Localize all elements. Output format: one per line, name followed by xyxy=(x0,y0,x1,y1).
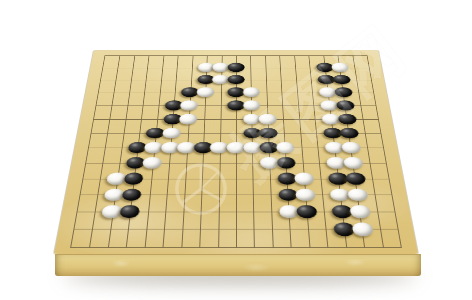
board-grid xyxy=(70,55,402,248)
grid-cell xyxy=(281,80,297,93)
grid-cell xyxy=(252,106,268,120)
grid-cell xyxy=(326,229,346,247)
grid-cell xyxy=(304,178,323,194)
grid-cell xyxy=(220,106,236,120)
grid-cell xyxy=(189,93,205,106)
grid-cell xyxy=(113,195,133,212)
grid-cell xyxy=(352,56,369,68)
grid-cell xyxy=(171,133,188,148)
grid-cell xyxy=(252,119,268,133)
grid-cell xyxy=(290,229,309,247)
grid-cell xyxy=(310,68,326,80)
grid-cell xyxy=(323,56,339,68)
grid-cell xyxy=(146,68,162,80)
grid-cell xyxy=(236,80,251,93)
grid-cell xyxy=(204,106,220,120)
grid-cell xyxy=(202,163,219,179)
grid-cell xyxy=(280,68,296,80)
grid-cell xyxy=(150,178,169,194)
grid-cell xyxy=(295,68,311,80)
grid-cell xyxy=(380,229,401,247)
grid-cell xyxy=(236,68,251,80)
grid-cell xyxy=(206,68,221,80)
grid-cell xyxy=(311,80,327,93)
grid-cell xyxy=(364,133,383,148)
grid-cell xyxy=(254,229,273,247)
grid-cell xyxy=(182,212,201,229)
grid-cell xyxy=(326,80,343,93)
grid-cell xyxy=(144,80,161,93)
grid-cell xyxy=(377,212,398,229)
grid-cell xyxy=(296,80,312,93)
grid-cell xyxy=(268,119,285,133)
grid-cell xyxy=(183,195,201,212)
grid-cell xyxy=(300,133,318,148)
grid-cell xyxy=(252,133,269,148)
grid-cell xyxy=(161,68,177,80)
grid-cell xyxy=(324,212,344,229)
grid-cell xyxy=(329,106,346,120)
grid-cell xyxy=(362,119,380,133)
grid-cell xyxy=(289,212,308,229)
grid-cell xyxy=(131,68,147,80)
grid-cell xyxy=(181,229,200,247)
grid-cell xyxy=(147,56,163,68)
grid-cell xyxy=(219,178,236,194)
grid-cell xyxy=(312,93,329,106)
grid-cell xyxy=(252,148,269,163)
grid-cell xyxy=(316,133,334,148)
grid-cell xyxy=(220,119,236,133)
grid-cell xyxy=(168,163,186,179)
grid-cell xyxy=(254,212,272,229)
grid-cell xyxy=(205,93,221,106)
grid-cell xyxy=(167,178,185,194)
grid-cell xyxy=(251,56,266,68)
grid-cell xyxy=(119,148,137,163)
grid-cell xyxy=(158,93,175,106)
grid-cell xyxy=(218,229,236,247)
grid-cell xyxy=(236,119,252,133)
grid-cell xyxy=(129,80,146,93)
grid-cell xyxy=(146,212,165,229)
grid-cell xyxy=(122,133,140,148)
grid-cell xyxy=(190,80,206,93)
grid-cell xyxy=(354,68,371,80)
grid-cell xyxy=(283,119,300,133)
grid-cell xyxy=(253,195,271,212)
grid-cell xyxy=(369,163,388,179)
grid-cell xyxy=(186,148,203,163)
grid-cell xyxy=(331,119,349,133)
grid-cell xyxy=(283,106,300,120)
grid-cell xyxy=(297,93,314,106)
grid-cell xyxy=(266,93,282,106)
grid-cell xyxy=(126,106,143,120)
grid-cell xyxy=(151,163,169,179)
grid-cell xyxy=(184,178,202,194)
board-front-edge xyxy=(55,254,421,276)
grid-cell xyxy=(298,106,315,120)
go-board xyxy=(54,50,418,254)
grid-cell xyxy=(164,212,183,229)
grid-cell xyxy=(236,195,254,212)
grid-cell xyxy=(136,148,154,163)
grid-cell xyxy=(160,80,176,93)
grid-cell xyxy=(334,148,352,163)
grid-cell xyxy=(221,80,236,93)
grid-cell xyxy=(204,119,220,133)
grid-cell xyxy=(221,68,236,80)
grid-cell xyxy=(124,119,142,133)
grid-cell xyxy=(236,148,253,163)
grid-cell xyxy=(220,93,236,106)
grid-cell xyxy=(187,133,204,148)
grid-cell xyxy=(280,56,295,68)
grid-cell xyxy=(282,93,298,106)
grid-cell xyxy=(108,229,128,247)
grid-cell xyxy=(132,178,151,194)
grid-cell xyxy=(189,106,205,120)
grid-cell xyxy=(308,229,328,247)
grid-cell xyxy=(115,178,134,194)
grid-cell xyxy=(303,163,321,179)
grid-cell xyxy=(163,229,182,247)
grid-cell xyxy=(322,195,341,212)
grid-cell xyxy=(203,133,220,148)
grid-cell xyxy=(154,133,172,148)
grid-cell xyxy=(294,56,310,68)
grid-cell xyxy=(134,163,152,179)
grid-cell xyxy=(173,106,190,120)
grid-cell xyxy=(188,119,205,133)
grid-cell xyxy=(284,133,301,148)
grid-cell xyxy=(191,68,206,80)
grid-cell xyxy=(270,178,288,194)
grid-cell xyxy=(177,56,192,68)
grid-cell xyxy=(374,195,394,212)
grid-cell xyxy=(218,212,236,229)
grid-cell xyxy=(253,163,270,179)
grid-cell xyxy=(236,178,253,194)
grid-cell xyxy=(174,93,190,106)
grid-cell xyxy=(219,148,236,163)
grid-cell xyxy=(271,195,289,212)
grid-cell xyxy=(309,56,325,68)
grid-cell xyxy=(200,212,218,229)
grid-cell xyxy=(185,163,203,179)
grid-cell xyxy=(265,56,280,68)
grid-cell xyxy=(201,195,219,212)
grid-cell xyxy=(267,106,283,120)
grid-cell xyxy=(172,119,189,133)
grid-cell xyxy=(130,195,149,212)
grid-cell xyxy=(138,133,156,148)
grid-cell xyxy=(251,80,266,93)
grid-cell xyxy=(367,148,386,163)
grid-cell xyxy=(236,229,254,247)
grid-cell xyxy=(199,229,218,247)
grid-cell xyxy=(321,178,340,194)
grid-cell xyxy=(236,56,251,68)
grid-cell xyxy=(236,106,252,120)
grid-cell xyxy=(372,178,392,194)
grid-cell xyxy=(305,195,324,212)
grid-cell xyxy=(175,80,191,93)
grid-cell xyxy=(266,80,282,93)
grid-cell xyxy=(206,56,221,68)
grid-cell xyxy=(288,195,307,212)
grid-cell xyxy=(299,119,316,133)
go-board-scene: 摄图网 xyxy=(0,0,472,300)
grid-cell xyxy=(143,93,160,106)
grid-cell xyxy=(127,93,144,106)
grid-cell xyxy=(286,163,304,179)
grid-cell xyxy=(269,163,287,179)
grid-cell xyxy=(318,148,336,163)
grid-cell xyxy=(272,229,291,247)
grid-cell xyxy=(157,106,174,120)
grid-cell xyxy=(117,163,136,179)
grid-cell xyxy=(287,178,305,194)
grid-cell xyxy=(220,133,236,148)
grid-cell xyxy=(221,56,236,68)
grid-cell xyxy=(128,212,148,229)
grid-cell xyxy=(251,68,266,80)
grid-cell xyxy=(162,56,178,68)
grid-cell xyxy=(166,195,185,212)
grid-cell xyxy=(144,229,164,247)
grid-cell xyxy=(319,163,337,179)
grid-cell xyxy=(236,93,252,106)
grid-cell xyxy=(218,195,236,212)
grid-cell xyxy=(266,68,281,80)
grid-cell xyxy=(141,106,158,120)
grid-cell xyxy=(269,148,286,163)
grid-cell xyxy=(169,148,187,163)
grid-cell xyxy=(314,106,331,120)
grid-cell xyxy=(126,229,146,247)
grid-cell xyxy=(358,93,376,106)
grid-cell xyxy=(236,133,252,148)
grid-cell xyxy=(271,212,290,229)
grid-cell xyxy=(176,68,192,80)
grid-cell xyxy=(203,148,220,163)
grid-cell xyxy=(236,212,254,229)
grid-cell xyxy=(133,56,149,68)
wood-speckle-texture xyxy=(55,255,421,276)
grid-cell xyxy=(325,68,341,80)
grid-cell xyxy=(219,163,236,179)
grid-cell xyxy=(328,93,345,106)
grid-cell xyxy=(356,80,373,93)
grid-cell xyxy=(285,148,303,163)
grid-cell xyxy=(153,148,171,163)
grid-cell xyxy=(268,133,285,148)
grid-cell xyxy=(251,93,267,106)
grid-cell xyxy=(315,119,332,133)
grid-cell xyxy=(110,212,130,229)
grid-cell xyxy=(156,119,173,133)
grid-cell xyxy=(192,56,207,68)
grid-cell xyxy=(140,119,157,133)
grid-cell xyxy=(236,163,253,179)
grid-cell xyxy=(306,212,325,229)
grid-cell xyxy=(332,133,350,148)
grid-cell xyxy=(301,148,319,163)
grid-cell xyxy=(148,195,167,212)
grid-cell xyxy=(360,106,378,120)
grid-cell xyxy=(253,178,271,194)
grid-cell xyxy=(205,80,220,93)
grid-cell xyxy=(201,178,219,194)
